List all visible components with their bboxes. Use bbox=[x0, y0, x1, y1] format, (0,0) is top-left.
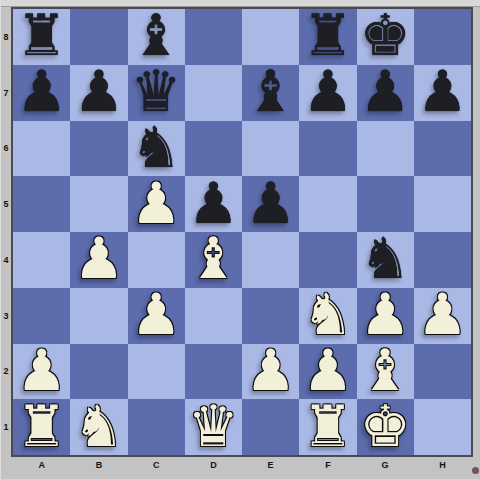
square-d7[interactable] bbox=[185, 65, 242, 121]
resize-grip-dot bbox=[472, 467, 479, 474]
piece-white-bishop[interactable]: ♝ bbox=[188, 231, 239, 286]
piece-white-bishop[interactable]: ♝ bbox=[360, 343, 411, 398]
square-g7[interactable]: ♟ bbox=[357, 65, 414, 121]
piece-white-rook[interactable]: ♜ bbox=[16, 399, 67, 454]
square-b3[interactable] bbox=[70, 288, 127, 344]
square-c3[interactable]: ♟ bbox=[128, 288, 185, 344]
square-d1[interactable]: ♛ bbox=[185, 399, 242, 455]
chess-board-window: 87654321 ♜♝♜♚♟♟♛♝♟♟♟♞♟♟♟♟♝♞♟♞♟♟♟♟♟♝♜♞♛♜♚… bbox=[0, 0, 480, 479]
square-a7[interactable]: ♟ bbox=[13, 65, 70, 121]
square-h6[interactable] bbox=[414, 121, 471, 177]
square-a3[interactable] bbox=[13, 288, 70, 344]
piece-white-pawn[interactable]: ♟ bbox=[73, 231, 124, 286]
file-label-c: C bbox=[128, 457, 185, 472]
square-h2[interactable] bbox=[414, 344, 471, 400]
file-label-f: F bbox=[299, 457, 356, 472]
piece-black-pawn[interactable]: ♟ bbox=[302, 64, 353, 119]
square-a8[interactable]: ♜ bbox=[13, 9, 70, 65]
square-h4[interactable] bbox=[414, 232, 471, 288]
file-label-e: E bbox=[242, 457, 299, 472]
square-d8[interactable] bbox=[185, 9, 242, 65]
square-b2[interactable] bbox=[70, 344, 127, 400]
square-c2[interactable] bbox=[128, 344, 185, 400]
piece-black-pawn[interactable]: ♟ bbox=[245, 176, 296, 231]
square-c5[interactable]: ♟ bbox=[128, 176, 185, 232]
square-h7[interactable]: ♟ bbox=[414, 65, 471, 121]
piece-white-pawn[interactable]: ♟ bbox=[302, 343, 353, 398]
piece-white-pawn[interactable]: ♟ bbox=[360, 287, 411, 342]
square-f7[interactable]: ♟ bbox=[299, 65, 356, 121]
piece-white-pawn[interactable]: ♟ bbox=[417, 287, 468, 342]
square-c7[interactable]: ♛ bbox=[128, 65, 185, 121]
square-d4[interactable]: ♝ bbox=[185, 232, 242, 288]
square-f3[interactable]: ♞ bbox=[299, 288, 356, 344]
square-f2[interactable]: ♟ bbox=[299, 344, 356, 400]
square-g6[interactable] bbox=[357, 121, 414, 177]
square-h8[interactable] bbox=[414, 9, 471, 65]
rank-label-3: 3 bbox=[1, 288, 11, 344]
file-labels: ABCDEFGH bbox=[13, 457, 471, 472]
piece-white-knight[interactable]: ♞ bbox=[302, 287, 353, 342]
square-a6[interactable] bbox=[13, 121, 70, 177]
piece-white-pawn[interactable]: ♟ bbox=[131, 287, 182, 342]
chess-board[interactable]: ♜♝♜♚♟♟♛♝♟♟♟♞♟♟♟♟♝♞♟♞♟♟♟♟♟♝♜♞♛♜♚ bbox=[13, 9, 471, 455]
square-e2[interactable]: ♟ bbox=[242, 344, 299, 400]
square-g2[interactable]: ♝ bbox=[357, 344, 414, 400]
square-e7[interactable]: ♝ bbox=[242, 65, 299, 121]
square-d2[interactable] bbox=[185, 344, 242, 400]
piece-black-pawn[interactable]: ♟ bbox=[417, 64, 468, 119]
square-b1[interactable]: ♞ bbox=[70, 399, 127, 455]
rank-label-2: 2 bbox=[1, 344, 11, 400]
square-b5[interactable] bbox=[70, 176, 127, 232]
piece-white-rook[interactable]: ♜ bbox=[302, 399, 353, 454]
piece-black-pawn[interactable]: ♟ bbox=[188, 176, 239, 231]
file-label-g: G bbox=[357, 457, 414, 472]
square-c8[interactable]: ♝ bbox=[128, 9, 185, 65]
rank-label-4: 4 bbox=[1, 232, 11, 288]
square-g1[interactable]: ♚ bbox=[357, 399, 414, 455]
square-g3[interactable]: ♟ bbox=[357, 288, 414, 344]
square-g4[interactable]: ♞ bbox=[357, 232, 414, 288]
piece-black-king[interactable]: ♚ bbox=[360, 8, 411, 63]
square-h5[interactable] bbox=[414, 176, 471, 232]
piece-white-knight[interactable]: ♞ bbox=[73, 399, 124, 454]
square-b6[interactable] bbox=[70, 121, 127, 177]
file-label-h: H bbox=[414, 457, 471, 472]
square-g5[interactable] bbox=[357, 176, 414, 232]
square-d5[interactable]: ♟ bbox=[185, 176, 242, 232]
rank-label-1: 1 bbox=[1, 399, 11, 455]
square-b8[interactable] bbox=[70, 9, 127, 65]
piece-black-pawn[interactable]: ♟ bbox=[360, 64, 411, 119]
square-f6[interactable] bbox=[299, 121, 356, 177]
square-b7[interactable]: ♟ bbox=[70, 65, 127, 121]
square-f8[interactable]: ♜ bbox=[299, 9, 356, 65]
piece-black-queen[interactable]: ♛ bbox=[131, 64, 182, 119]
square-c1[interactable] bbox=[128, 399, 185, 455]
piece-black-knight[interactable]: ♞ bbox=[360, 231, 411, 286]
rank-label-6: 6 bbox=[1, 121, 11, 177]
piece-white-queen[interactable]: ♛ bbox=[188, 399, 239, 454]
piece-black-bishop[interactable]: ♝ bbox=[245, 64, 296, 119]
piece-white-pawn[interactable]: ♟ bbox=[131, 176, 182, 231]
rank-label-7: 7 bbox=[1, 65, 11, 121]
square-f4[interactable] bbox=[299, 232, 356, 288]
file-label-b: B bbox=[70, 457, 127, 472]
piece-black-knight[interactable]: ♞ bbox=[131, 120, 182, 175]
square-a1[interactable]: ♜ bbox=[13, 399, 70, 455]
square-h3[interactable]: ♟ bbox=[414, 288, 471, 344]
file-label-a: A bbox=[13, 457, 70, 472]
square-c6[interactable]: ♞ bbox=[128, 121, 185, 177]
square-a4[interactable] bbox=[13, 232, 70, 288]
square-c4[interactable] bbox=[128, 232, 185, 288]
piece-white-pawn[interactable]: ♟ bbox=[245, 343, 296, 398]
board-frame: ♜♝♜♚♟♟♛♝♟♟♟♞♟♟♟♟♝♞♟♞♟♟♟♟♟♝♜♞♛♜♚ bbox=[11, 7, 473, 457]
piece-black-rook[interactable]: ♜ bbox=[16, 8, 67, 63]
square-g8[interactable]: ♚ bbox=[357, 9, 414, 65]
rank-label-8: 8 bbox=[1, 9, 11, 65]
square-d6[interactable] bbox=[185, 121, 242, 177]
square-e3[interactable] bbox=[242, 288, 299, 344]
square-e8[interactable] bbox=[242, 9, 299, 65]
square-b4[interactable]: ♟ bbox=[70, 232, 127, 288]
piece-black-bishop[interactable]: ♝ bbox=[131, 8, 182, 63]
square-e5[interactable]: ♟ bbox=[242, 176, 299, 232]
square-a2[interactable]: ♟ bbox=[13, 344, 70, 400]
square-f5[interactable] bbox=[299, 176, 356, 232]
square-e6[interactable] bbox=[242, 121, 299, 177]
square-e1[interactable] bbox=[242, 399, 299, 455]
square-a5[interactable] bbox=[13, 176, 70, 232]
square-h1[interactable] bbox=[414, 399, 471, 455]
file-label-d: D bbox=[185, 457, 242, 472]
square-f1[interactable]: ♜ bbox=[299, 399, 356, 455]
piece-white-pawn[interactable]: ♟ bbox=[16, 343, 67, 398]
rank-labels: 87654321 bbox=[1, 9, 11, 455]
rank-label-5: 5 bbox=[1, 176, 11, 232]
piece-white-king[interactable]: ♚ bbox=[360, 399, 411, 454]
square-e4[interactable] bbox=[242, 232, 299, 288]
piece-black-rook[interactable]: ♜ bbox=[302, 8, 353, 63]
piece-black-pawn[interactable]: ♟ bbox=[16, 64, 67, 119]
square-d3[interactable] bbox=[185, 288, 242, 344]
piece-black-pawn[interactable]: ♟ bbox=[73, 64, 124, 119]
